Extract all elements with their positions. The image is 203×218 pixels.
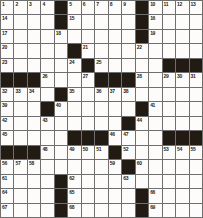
- black-cell-r11c2: [14, 146, 27, 160]
- cell-r14c7[interactable]: [82, 189, 95, 203]
- cell-r3c2[interactable]: [14, 30, 27, 44]
- cell-r14c13[interactable]: [163, 189, 176, 203]
- black-cell-r9c10: [122, 117, 135, 131]
- cell-r14c4[interactable]: [41, 189, 54, 203]
- cell-r1c13[interactable]: 11: [163, 1, 176, 15]
- cell-r5c8[interactable]: 25: [95, 59, 108, 73]
- cell-r15c9[interactable]: [109, 204, 122, 218]
- cell-r13c13[interactable]: [163, 175, 176, 189]
- cell-r13c2[interactable]: [14, 175, 27, 189]
- clue-number-41: 41: [150, 102, 155, 108]
- black-cell-r7c5: [55, 88, 68, 102]
- black-cell-r6c8: [95, 73, 108, 87]
- cell-r3c4[interactable]: [41, 30, 54, 44]
- cell-r5c6[interactable]: 24: [68, 59, 81, 73]
- black-cell-r11c3: [28, 146, 41, 160]
- black-cell-r13c5: [55, 175, 68, 189]
- cell-r6c6[interactable]: [68, 73, 81, 87]
- black-cell-r4c6: [68, 44, 81, 58]
- cell-r15c1[interactable]: 67: [1, 204, 14, 218]
- cell-r5c11[interactable]: [136, 59, 149, 73]
- clue-number-59: 59: [110, 160, 115, 166]
- cell-r8c15[interactable]: [190, 102, 203, 116]
- cell-r12c14[interactable]: [176, 160, 189, 174]
- cell-r7c3[interactable]: 34: [28, 88, 41, 102]
- black-cell-r10c6: [68, 131, 81, 145]
- cell-r1c4[interactable]: 4: [41, 1, 54, 15]
- cell-r11c6[interactable]: 49: [68, 146, 81, 160]
- cell-r3c10[interactable]: [122, 30, 135, 44]
- cell-r6c11[interactable]: 28: [136, 73, 149, 87]
- cell-r6c14[interactable]: 30: [176, 73, 189, 87]
- cell-r11c12[interactable]: [149, 146, 162, 160]
- cell-r7c7[interactable]: [82, 88, 95, 102]
- clue-number-44: 44: [137, 117, 142, 123]
- clue-number-52: 52: [123, 146, 128, 152]
- clue-number-51: 51: [96, 146, 101, 152]
- cell-r12c15[interactable]: [190, 160, 203, 174]
- cell-r2c9[interactable]: [109, 15, 122, 29]
- cell-r14c9[interactable]: [109, 189, 122, 203]
- clue-number-15: 15: [69, 15, 74, 21]
- cell-r13c15[interactable]: [190, 175, 203, 189]
- cell-r12c7[interactable]: [82, 160, 95, 174]
- clue-number-25: 25: [96, 59, 101, 65]
- clue-number-28: 28: [137, 73, 142, 79]
- clue-number-57: 57: [15, 160, 20, 166]
- clue-number-13: 13: [191, 1, 196, 7]
- cell-r7c15[interactable]: [190, 88, 203, 102]
- clue-number-7: 7: [96, 1, 98, 7]
- cell-r2c13[interactable]: [163, 15, 176, 29]
- cell-r8c2[interactable]: [14, 102, 27, 116]
- black-cell-r5c15: [190, 59, 203, 73]
- cell-r2c2[interactable]: [14, 15, 27, 29]
- clue-number-20: 20: [2, 44, 7, 50]
- cell-r14c6[interactable]: 65: [68, 189, 81, 203]
- cell-r15c10[interactable]: [122, 204, 135, 218]
- clue-number-32: 32: [2, 88, 7, 94]
- cell-r7c8[interactable]: 36: [95, 88, 108, 102]
- cell-r9c7[interactable]: [82, 117, 95, 131]
- clue-number-23: 23: [2, 59, 7, 65]
- cell-r7c11[interactable]: [136, 88, 149, 102]
- cell-r14c3[interactable]: [28, 189, 41, 203]
- cell-r8c3[interactable]: [28, 102, 41, 116]
- cell-r15c12[interactable]: 69: [149, 204, 162, 218]
- clue-number-2: 2: [15, 1, 17, 7]
- clue-number-67: 67: [2, 204, 7, 210]
- clue-number-31: 31: [191, 73, 196, 79]
- clue-number-33: 33: [15, 88, 20, 94]
- clue-number-61: 61: [2, 175, 7, 181]
- cell-r9c1[interactable]: 42: [1, 117, 14, 131]
- cell-r13c11[interactable]: [136, 175, 149, 189]
- cell-r14c1[interactable]: 64: [1, 189, 14, 203]
- cell-r5c2[interactable]: [14, 59, 27, 73]
- cell-r4c3[interactable]: [28, 44, 41, 58]
- black-cell-r1c5: [55, 1, 68, 15]
- cell-r1c12[interactable]: 10: [149, 1, 162, 15]
- cell-r2c7[interactable]: [82, 15, 95, 29]
- clue-number-39: 39: [2, 102, 7, 108]
- cell-r8c12[interactable]: 41: [149, 102, 162, 116]
- black-cell-r10c14: [176, 131, 189, 145]
- cell-r3c15[interactable]: [190, 30, 203, 44]
- black-cell-r2c5: [55, 15, 68, 29]
- clue-number-63: 63: [123, 175, 128, 181]
- cell-r4c9[interactable]: [109, 44, 122, 58]
- black-cell-r1c11: [136, 1, 149, 15]
- cell-r2c4[interactable]: [41, 15, 54, 29]
- cell-r13c12[interactable]: [149, 175, 162, 189]
- cell-r3c6[interactable]: [68, 30, 81, 44]
- cell-r1c2[interactable]: 2: [14, 1, 27, 15]
- cell-r5c3[interactable]: [28, 59, 41, 73]
- black-cell-r6c9: [109, 73, 122, 87]
- cell-r11c13[interactable]: 53: [163, 146, 176, 160]
- cell-r8c1[interactable]: 39: [1, 102, 14, 116]
- clue-number-40: 40: [56, 102, 61, 108]
- clue-number-22: 22: [137, 44, 142, 50]
- clue-number-68: 68: [69, 204, 74, 210]
- cell-r11c8[interactable]: 51: [95, 146, 108, 160]
- clue-number-18: 18: [56, 30, 61, 36]
- cell-r4c5[interactable]: [55, 44, 68, 58]
- cell-r7c9[interactable]: 37: [109, 88, 122, 102]
- cell-r12c9[interactable]: 59: [109, 160, 122, 174]
- clue-number-5: 5: [69, 1, 71, 7]
- cell-r3c7[interactable]: [82, 30, 95, 44]
- cell-r11c15[interactable]: 55: [190, 146, 203, 160]
- cell-r9c11[interactable]: 44: [136, 117, 149, 131]
- cell-r8c14[interactable]: [176, 102, 189, 116]
- black-cell-r5c7: [82, 59, 95, 73]
- cell-r11c10[interactable]: 52: [122, 146, 135, 160]
- clue-number-11: 11: [164, 1, 169, 7]
- cell-r12c1[interactable]: 56: [1, 160, 14, 174]
- cell-r4c15[interactable]: [190, 44, 203, 58]
- cell-r11c14[interactable]: 54: [176, 146, 189, 160]
- cell-r6c7[interactable]: 27: [82, 73, 95, 87]
- clue-number-42: 42: [2, 117, 7, 123]
- black-cell-r10c15: [190, 131, 203, 145]
- clue-number-6: 6: [83, 1, 85, 7]
- clue-number-66: 66: [150, 189, 155, 195]
- clue-number-38: 38: [123, 88, 128, 94]
- clue-number-62: 62: [69, 175, 74, 181]
- clue-number-10: 10: [150, 1, 155, 7]
- black-cell-r11c9: [109, 146, 122, 160]
- cell-r12c6[interactable]: [68, 160, 81, 174]
- cell-r15c15[interactable]: [190, 204, 203, 218]
- clue-number-46: 46: [110, 131, 115, 137]
- clue-number-50: 50: [83, 146, 88, 152]
- cell-r1c14[interactable]: 12: [176, 1, 189, 15]
- black-cell-r12c10: [122, 160, 135, 174]
- cell-r10c10[interactable]: 47: [122, 131, 135, 145]
- cell-r13c7[interactable]: [82, 175, 95, 189]
- cell-r14c14[interactable]: [176, 189, 189, 203]
- clue-number-53: 53: [164, 146, 169, 152]
- cell-r12c12[interactable]: [149, 160, 162, 174]
- cell-r14c2[interactable]: [14, 189, 27, 203]
- cell-r9c2[interactable]: [14, 117, 27, 131]
- clue-number-58: 58: [29, 160, 34, 166]
- cell-r14c8[interactable]: [95, 189, 108, 203]
- cell-r15c2[interactable]: [14, 204, 27, 218]
- black-cell-r8c11: [136, 102, 149, 116]
- clue-number-47: 47: [123, 131, 128, 137]
- cell-r2c8[interactable]: [95, 15, 108, 29]
- cell-r9c12[interactable]: [149, 117, 162, 131]
- cell-r10c9[interactable]: 46: [109, 131, 122, 145]
- black-cell-r15c11: [136, 204, 149, 218]
- cell-r8c9[interactable]: [109, 102, 122, 116]
- cell-r13c9[interactable]: [109, 175, 122, 189]
- cell-r8c7[interactable]: [82, 102, 95, 116]
- cell-r3c13[interactable]: [163, 30, 176, 44]
- cell-r2c6[interactable]: 15: [68, 15, 81, 29]
- cell-r11c5[interactable]: [55, 146, 68, 160]
- cell-r13c4[interactable]: [41, 175, 54, 189]
- clue-number-35: 35: [69, 88, 74, 94]
- cell-r9c3[interactable]: [28, 117, 41, 131]
- clue-number-55: 55: [191, 146, 196, 152]
- cell-r15c7[interactable]: [82, 204, 95, 218]
- cell-r4c14[interactable]: [176, 44, 189, 58]
- cell-r2c15[interactable]: [190, 15, 203, 29]
- cell-r10c4[interactable]: [41, 131, 54, 145]
- cell-r15c8[interactable]: [95, 204, 108, 218]
- cell-r4c8[interactable]: [95, 44, 108, 58]
- clue-number-4: 4: [42, 1, 44, 7]
- cell-r14c15[interactable]: [190, 189, 203, 203]
- clue-number-26: 26: [42, 73, 47, 79]
- cell-r6c12[interactable]: [149, 73, 162, 87]
- cell-r10c1[interactable]: 45: [1, 131, 14, 145]
- cell-r1c10[interactable]: 9: [122, 1, 135, 15]
- clue-number-34: 34: [29, 88, 34, 94]
- cell-r1c15[interactable]: 13: [190, 1, 203, 15]
- cell-r3c1[interactable]: 17: [1, 30, 14, 44]
- clue-number-8: 8: [110, 1, 112, 7]
- cell-r8c8[interactable]: [95, 102, 108, 116]
- cell-r10c11[interactable]: [136, 131, 149, 145]
- cell-r3c9[interactable]: [109, 30, 122, 44]
- cell-r2c3[interactable]: [28, 15, 41, 29]
- cell-r8c5[interactable]: 40: [55, 102, 68, 116]
- clue-number-65: 65: [69, 189, 74, 195]
- black-cell-r14c5: [55, 189, 68, 203]
- cell-r4c11[interactable]: 22: [136, 44, 149, 58]
- cell-r4c2[interactable]: [14, 44, 27, 58]
- clue-number-43: 43: [42, 117, 47, 123]
- cell-r2c10[interactable]: [122, 15, 135, 29]
- cell-r7c10[interactable]: 38: [122, 88, 135, 102]
- clue-number-54: 54: [177, 146, 182, 152]
- cell-r13c3[interactable]: [28, 175, 41, 189]
- cell-r4c1[interactable]: 20: [1, 44, 14, 58]
- black-cell-r3c11: [136, 30, 149, 44]
- clue-number-45: 45: [2, 131, 7, 137]
- cell-r3c3[interactable]: [28, 30, 41, 44]
- black-cell-r10c13: [163, 131, 176, 145]
- cell-r6c13[interactable]: 29: [163, 73, 176, 87]
- cell-r9c13[interactable]: [163, 117, 176, 131]
- cell-r9c4[interactable]: 43: [41, 117, 54, 131]
- cell-r1c9[interactable]: 8: [109, 1, 122, 15]
- cell-r10c5[interactable]: [55, 131, 68, 145]
- cell-r3c14[interactable]: [176, 30, 189, 44]
- cell-r2c1[interactable]: 14: [1, 15, 14, 29]
- clue-number-12: 12: [177, 1, 182, 7]
- cell-r3c8[interactable]: [95, 30, 108, 44]
- cell-r8c13[interactable]: [163, 102, 176, 116]
- clue-number-36: 36: [96, 88, 101, 94]
- black-cell-r15c5: [55, 204, 68, 218]
- clue-number-56: 56: [2, 160, 7, 166]
- cell-r8c10[interactable]: [122, 102, 135, 116]
- cell-r12c3[interactable]: 58: [28, 160, 41, 174]
- cell-r12c4[interactable]: [41, 160, 54, 174]
- black-cell-r6c2: [14, 73, 27, 87]
- cell-r3c5[interactable]: 18: [55, 30, 68, 44]
- clue-number-9: 9: [123, 1, 125, 7]
- clue-number-29: 29: [164, 73, 169, 79]
- cell-r9c15[interactable]: [190, 117, 203, 131]
- clue-number-1: 1: [2, 1, 4, 7]
- cell-r4c10[interactable]: [122, 44, 135, 58]
- cell-r1c3[interactable]: 3: [28, 1, 41, 15]
- clue-number-37: 37: [110, 88, 115, 94]
- cell-r10c12[interactable]: [149, 131, 162, 145]
- clue-number-64: 64: [2, 189, 7, 195]
- black-cell-r10c7: [82, 131, 95, 145]
- cell-r15c3[interactable]: [28, 204, 41, 218]
- clue-number-49: 49: [69, 146, 74, 152]
- cell-r4c12[interactable]: [149, 44, 162, 58]
- cell-r9c9[interactable]: [109, 117, 122, 131]
- cell-r6c5[interactable]: [55, 73, 68, 87]
- cell-r7c2[interactable]: 33: [14, 88, 27, 102]
- clue-number-21: 21: [83, 44, 88, 50]
- cell-r1c6[interactable]: 5: [68, 1, 81, 15]
- cell-r14c10[interactable]: [122, 189, 135, 203]
- cell-r13c14[interactable]: [176, 175, 189, 189]
- cell-r3c12[interactable]: 19: [149, 30, 162, 44]
- cell-r5c5[interactable]: [55, 59, 68, 73]
- clue-number-48: 48: [42, 146, 47, 152]
- cell-r13c8[interactable]: [95, 175, 108, 189]
- cell-r5c12[interactable]: [149, 59, 162, 73]
- black-cell-r8c4: [41, 102, 54, 116]
- cell-r12c5[interactable]: [55, 160, 68, 174]
- cell-r15c4[interactable]: [41, 204, 54, 218]
- cell-r7c12[interactable]: [149, 88, 162, 102]
- cell-r4c4[interactable]: [41, 44, 54, 58]
- cell-r7c6[interactable]: 35: [68, 88, 81, 102]
- cell-r5c9[interactable]: [109, 59, 122, 73]
- clue-number-30: 30: [177, 73, 182, 79]
- cell-r13c10[interactable]: 63: [122, 175, 135, 189]
- black-cell-r5c13: [163, 59, 176, 73]
- clue-number-69: 69: [150, 204, 155, 210]
- cell-r13c1[interactable]: 61: [1, 175, 14, 189]
- cell-r14c12[interactable]: 66: [149, 189, 162, 203]
- clue-number-24: 24: [69, 59, 74, 65]
- cell-r10c3[interactable]: [28, 131, 41, 145]
- black-cell-r11c1: [1, 146, 14, 160]
- cell-r1c1[interactable]: 1: [1, 1, 14, 15]
- black-cell-r6c1: [1, 73, 14, 87]
- black-cell-r6c3: [28, 73, 41, 87]
- cell-r6c4[interactable]: 26: [41, 73, 54, 87]
- cell-r12c8[interactable]: [95, 160, 108, 174]
- cell-r7c13[interactable]: [163, 88, 176, 102]
- cell-r5c4[interactable]: [41, 59, 54, 73]
- cell-r11c7[interactable]: 50: [82, 146, 95, 160]
- cell-r7c1[interactable]: 32: [1, 88, 14, 102]
- cell-r8c6[interactable]: [68, 102, 81, 116]
- cell-r2c14[interactable]: [176, 15, 189, 29]
- cell-r11c11[interactable]: [136, 146, 149, 160]
- clue-number-16: 16: [150, 15, 155, 21]
- cell-r7c4[interactable]: [41, 88, 54, 102]
- cell-r13c6[interactable]: 62: [68, 175, 81, 189]
- clue-number-60: 60: [137, 160, 142, 166]
- cell-r9c8[interactable]: [95, 117, 108, 131]
- cell-r15c6[interactable]: 68: [68, 204, 81, 218]
- cell-r9c6[interactable]: [68, 117, 81, 131]
- cell-r1c7[interactable]: 6: [82, 1, 95, 15]
- black-cell-r2c11: [136, 15, 149, 29]
- cell-r5c10[interactable]: [122, 59, 135, 73]
- clue-number-19: 19: [150, 30, 155, 36]
- cell-r12c13[interactable]: [163, 160, 176, 174]
- cell-r1c8[interactable]: 7: [95, 1, 108, 15]
- cell-r4c7[interactable]: 21: [82, 44, 95, 58]
- cell-r15c14[interactable]: [176, 204, 189, 218]
- black-cell-r6c10: [122, 73, 135, 87]
- cell-r10c2[interactable]: [14, 131, 27, 145]
- cell-r2c12[interactable]: 16: [149, 15, 162, 29]
- black-cell-r10c8: [95, 131, 108, 145]
- black-cell-r5c14: [176, 59, 189, 73]
- crossword-grid: 1234567891011121314151617181920212223242…: [0, 0, 203, 218]
- cell-r11c4[interactable]: 48: [41, 146, 54, 160]
- black-cell-r14c11: [136, 189, 149, 203]
- clue-number-17: 17: [2, 30, 7, 36]
- cell-r6c15[interactable]: 31: [190, 73, 203, 87]
- cell-r9c14[interactable]: [176, 117, 189, 131]
- cell-r12c11[interactable]: 60: [136, 160, 149, 174]
- clue-number-14: 14: [2, 15, 7, 21]
- cell-r15c13[interactable]: [163, 204, 176, 218]
- cell-r12c2[interactable]: 57: [14, 160, 27, 174]
- cell-r7c14[interactable]: [176, 88, 189, 102]
- cell-r5c1[interactable]: 23: [1, 59, 14, 73]
- clue-number-27: 27: [83, 73, 88, 79]
- clue-number-3: 3: [29, 1, 31, 7]
- cell-r4c13[interactable]: [163, 44, 176, 58]
- cell-r9c5[interactable]: [55, 117, 68, 131]
